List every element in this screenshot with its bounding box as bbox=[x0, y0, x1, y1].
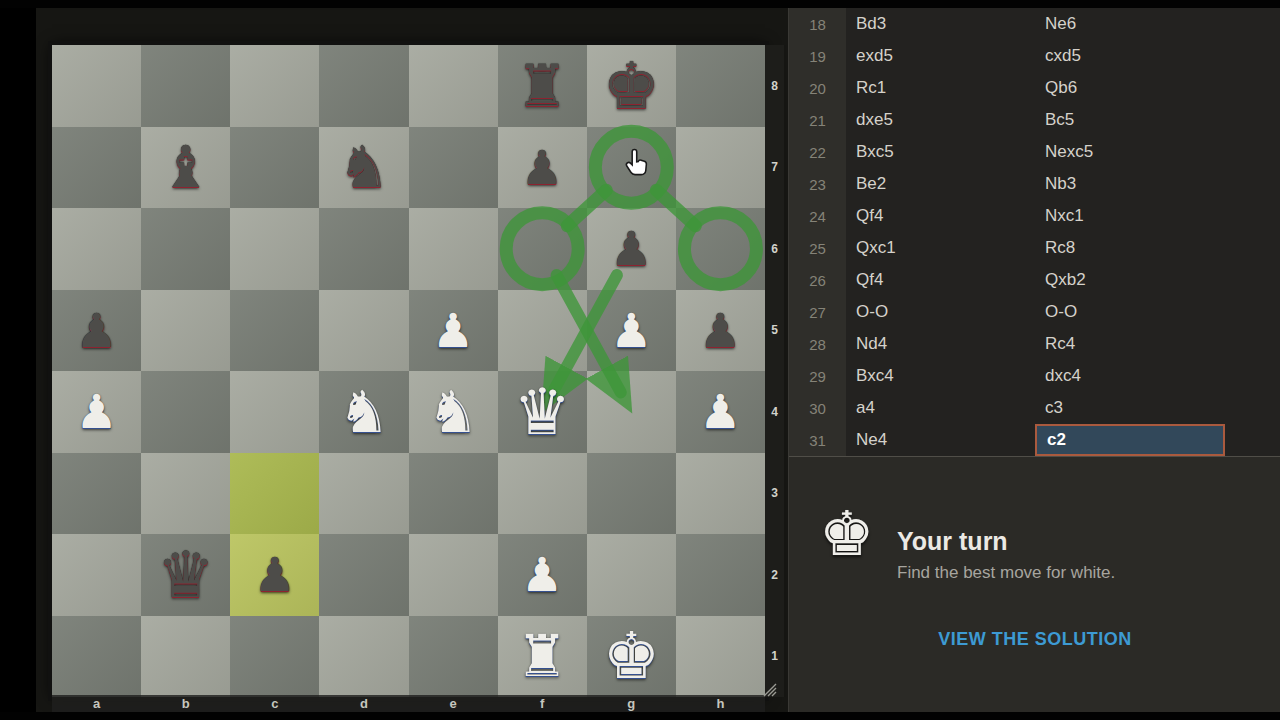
white-move[interactable]: Qxc1 bbox=[846, 232, 1035, 264]
file-label-f: f bbox=[498, 695, 587, 712]
square-c5[interactable] bbox=[230, 290, 319, 372]
square-f6[interactable] bbox=[498, 208, 587, 290]
chess-board[interactable]: ♜♚♝♞♟♟♟♟♟♟♟♞♞♛♟♛♟♟♜♚ bbox=[52, 45, 765, 697]
turn-subtitle: Find the best move for white. bbox=[897, 563, 1115, 583]
square-b3[interactable] bbox=[141, 453, 230, 535]
white-pawn[interactable]: ♟ bbox=[52, 371, 141, 453]
square-b2[interactable]: ♛ bbox=[141, 534, 230, 616]
square-e8[interactable] bbox=[409, 45, 498, 127]
move-row-28: 28Nd4Rc4 bbox=[789, 328, 1280, 360]
square-a7[interactable] bbox=[52, 127, 141, 209]
square-e3[interactable] bbox=[409, 453, 498, 535]
white-king-icon: ♚ bbox=[819, 497, 875, 570]
black-move[interactable]: O-O bbox=[1035, 296, 1225, 328]
white-move[interactable]: Bd3 bbox=[846, 8, 1035, 40]
row-spacer bbox=[1225, 168, 1280, 200]
white-move[interactable]: Bxc5 bbox=[846, 136, 1035, 168]
black-move[interactable]: Rc4 bbox=[1035, 328, 1225, 360]
white-pawn[interactable]: ♟ bbox=[409, 290, 498, 372]
square-h7[interactable] bbox=[676, 127, 765, 209]
white-rook[interactable]: ♜ bbox=[498, 616, 587, 698]
row-spacer bbox=[1225, 424, 1280, 456]
square-d2[interactable] bbox=[319, 534, 408, 616]
square-c7[interactable] bbox=[230, 127, 319, 209]
row-spacer bbox=[1225, 360, 1280, 392]
move-number: 25 bbox=[789, 232, 846, 264]
square-a8[interactable] bbox=[52, 45, 141, 127]
square-a1[interactable] bbox=[52, 616, 141, 698]
square-a5[interactable]: ♟ bbox=[52, 290, 141, 372]
rank-label-2: 2 bbox=[765, 534, 784, 616]
white-pawn[interactable]: ♟ bbox=[587, 290, 676, 372]
square-e1[interactable] bbox=[409, 616, 498, 698]
square-f3[interactable] bbox=[498, 453, 587, 535]
square-h4[interactable]: ♟ bbox=[676, 371, 765, 453]
square-g5[interactable]: ♟ bbox=[587, 290, 676, 372]
black-pawn[interactable]: ♟ bbox=[498, 127, 587, 209]
square-c4[interactable] bbox=[230, 371, 319, 453]
move-row-30: 30a4c3 bbox=[789, 392, 1280, 424]
black-move[interactable]: Bc5 bbox=[1035, 104, 1225, 136]
square-b1[interactable] bbox=[141, 616, 230, 698]
square-c3[interactable] bbox=[230, 453, 319, 535]
bottom-letterbox-bar bbox=[0, 712, 1280, 720]
row-spacer bbox=[1225, 200, 1280, 232]
square-a4[interactable]: ♟ bbox=[52, 371, 141, 453]
black-bishop[interactable]: ♝ bbox=[141, 127, 230, 209]
square-f8[interactable]: ♜ bbox=[498, 45, 587, 127]
black-move[interactable]: Nexc5 bbox=[1035, 136, 1225, 168]
file-labels: abcdefgh bbox=[52, 695, 765, 712]
black-pawn[interactable]: ♟ bbox=[676, 290, 765, 372]
rank-label-4: 4 bbox=[765, 371, 784, 453]
square-h3[interactable] bbox=[676, 453, 765, 535]
top-letterbox-bar bbox=[0, 0, 1280, 8]
white-move[interactable]: a4 bbox=[846, 392, 1035, 424]
square-e2[interactable] bbox=[409, 534, 498, 616]
square-d8[interactable] bbox=[319, 45, 408, 127]
square-e6[interactable] bbox=[409, 208, 498, 290]
square-h6[interactable] bbox=[676, 208, 765, 290]
square-g3[interactable] bbox=[587, 453, 676, 535]
square-g6[interactable]: ♟ bbox=[587, 208, 676, 290]
square-d3[interactable] bbox=[319, 453, 408, 535]
square-g4[interactable] bbox=[587, 371, 676, 453]
square-e5[interactable]: ♟ bbox=[409, 290, 498, 372]
white-move[interactable]: exd5 bbox=[846, 40, 1035, 72]
row-spacer bbox=[1225, 296, 1280, 328]
square-f1[interactable]: ♜ bbox=[498, 616, 587, 698]
square-d5[interactable] bbox=[319, 290, 408, 372]
square-f2[interactable]: ♟ bbox=[498, 534, 587, 616]
black-queen[interactable]: ♛ bbox=[141, 534, 230, 616]
black-move[interactable]: Nb3 bbox=[1035, 168, 1225, 200]
square-d1[interactable] bbox=[319, 616, 408, 698]
move-list[interactable]: 18Bd3Ne619exd5cxd520Rc1Qb621dxe5Bc522Bxc… bbox=[789, 8, 1280, 456]
move-row-29: 29Bxc4dxc4 bbox=[789, 360, 1280, 392]
white-move[interactable]: dxe5 bbox=[846, 104, 1035, 136]
black-move[interactable]: Ne6 bbox=[1035, 8, 1225, 40]
square-f5[interactable] bbox=[498, 290, 587, 372]
black-pawn[interactable]: ♟ bbox=[587, 208, 676, 290]
move-number: 24 bbox=[789, 200, 846, 232]
move-number: 28 bbox=[789, 328, 846, 360]
file-label-d: d bbox=[319, 695, 408, 712]
file-label-e: e bbox=[409, 695, 498, 712]
move-row-24: 24Qf4Nxc1 bbox=[789, 200, 1280, 232]
rank-label-5: 5 bbox=[765, 290, 784, 372]
resize-grip-icon[interactable] bbox=[761, 681, 777, 697]
rank-label-3: 3 bbox=[765, 453, 784, 535]
square-h2[interactable] bbox=[676, 534, 765, 616]
mouse-cursor-icon bbox=[620, 146, 654, 180]
move-number: 20 bbox=[789, 72, 846, 104]
white-knight[interactable]: ♞ bbox=[409, 371, 498, 453]
black-pawn[interactable]: ♟ bbox=[230, 534, 319, 616]
square-g1[interactable]: ♚ bbox=[587, 616, 676, 698]
square-e4[interactable]: ♞ bbox=[409, 371, 498, 453]
move-row-23: 23Be2Nb3 bbox=[789, 168, 1280, 200]
move-row-25: 25Qxc1Rc8 bbox=[789, 232, 1280, 264]
row-spacer bbox=[1225, 328, 1280, 360]
black-rook[interactable]: ♜ bbox=[498, 45, 587, 127]
view-solution-link[interactable]: VIEW THE SOLUTION bbox=[789, 629, 1280, 650]
turn-title: Your turn bbox=[897, 527, 1008, 556]
square-d6[interactable] bbox=[319, 208, 408, 290]
square-d4[interactable]: ♞ bbox=[319, 371, 408, 453]
square-d7[interactable]: ♞ bbox=[319, 127, 408, 209]
move-number: 23 bbox=[789, 168, 846, 200]
file-label-c: c bbox=[230, 695, 319, 712]
move-number: 31 bbox=[789, 424, 846, 456]
white-move[interactable]: Qf4 bbox=[846, 200, 1035, 232]
move-number: 22 bbox=[789, 136, 846, 168]
white-move[interactable]: Be2 bbox=[846, 168, 1035, 200]
white-knight[interactable]: ♞ bbox=[319, 371, 408, 453]
black-move[interactable]: Qxb2 bbox=[1035, 264, 1225, 296]
move-row-20: 20Rc1Qb6 bbox=[789, 72, 1280, 104]
rank-label-7: 7 bbox=[765, 127, 784, 209]
move-number: 29 bbox=[789, 360, 846, 392]
black-move[interactable]: dxc4 bbox=[1035, 360, 1225, 392]
square-b6[interactable] bbox=[141, 208, 230, 290]
black-pawn[interactable]: ♟ bbox=[52, 290, 141, 372]
white-pawn[interactable]: ♟ bbox=[676, 371, 765, 453]
move-number: 30 bbox=[789, 392, 846, 424]
square-c8[interactable] bbox=[230, 45, 319, 127]
white-move[interactable]: Ne4 bbox=[846, 424, 1035, 456]
row-spacer bbox=[1225, 72, 1280, 104]
square-c6[interactable] bbox=[230, 208, 319, 290]
move-number: 21 bbox=[789, 104, 846, 136]
square-b8[interactable] bbox=[141, 45, 230, 127]
square-a6[interactable] bbox=[52, 208, 141, 290]
square-b5[interactable] bbox=[141, 290, 230, 372]
black-move[interactable]: c3 bbox=[1035, 392, 1225, 424]
square-c1[interactable] bbox=[230, 616, 319, 698]
white-pawn[interactable]: ♟ bbox=[498, 534, 587, 616]
move-row-26: 26Qf4Qxb2 bbox=[789, 264, 1280, 296]
move-row-21: 21dxe5Bc5 bbox=[789, 104, 1280, 136]
square-g2[interactable] bbox=[587, 534, 676, 616]
move-row-27: 27O-OO-O bbox=[789, 296, 1280, 328]
white-move[interactable]: Bxc4 bbox=[846, 360, 1035, 392]
black-king[interactable]: ♚ bbox=[587, 45, 676, 127]
move-number: 19 bbox=[789, 40, 846, 72]
row-spacer bbox=[1225, 232, 1280, 264]
black-move[interactable]: Rc8 bbox=[1035, 232, 1225, 264]
row-spacer bbox=[1225, 8, 1280, 40]
move-number: 27 bbox=[789, 296, 846, 328]
app-window: ♜♚♝♞♟♟♟♟♟♟♟♞♞♛♟♛♟♟♜♚ 87654321 abcdefgh 1… bbox=[0, 0, 1280, 720]
rank-labels: 87654321 bbox=[765, 45, 784, 697]
white-move[interactable]: Rc1 bbox=[846, 72, 1035, 104]
square-a3[interactable] bbox=[52, 453, 141, 535]
square-h1[interactable] bbox=[676, 616, 765, 698]
white-move[interactable]: O-O bbox=[846, 296, 1035, 328]
square-g8[interactable]: ♚ bbox=[587, 45, 676, 127]
move-row-19: 19exd5cxd5 bbox=[789, 40, 1280, 72]
turn-panel: ♚ Your turn Find the best move for white… bbox=[789, 456, 1280, 712]
board-zone: ♜♚♝♞♟♟♟♟♟♟♟♞♞♛♟♛♟♟♜♚ 87654321 abcdefgh bbox=[36, 8, 788, 712]
black-move-selected[interactable]: c2 bbox=[1035, 424, 1225, 456]
row-spacer bbox=[1225, 392, 1280, 424]
row-spacer bbox=[1225, 136, 1280, 168]
square-b4[interactable] bbox=[141, 371, 230, 453]
square-h5[interactable]: ♟ bbox=[676, 290, 765, 372]
file-label-b: b bbox=[141, 695, 230, 712]
move-row-22: 22Bxc5Nexc5 bbox=[789, 136, 1280, 168]
row-spacer bbox=[1225, 40, 1280, 72]
black-knight[interactable]: ♞ bbox=[319, 127, 408, 209]
black-move[interactable]: cxd5 bbox=[1035, 40, 1225, 72]
row-spacer bbox=[1225, 264, 1280, 296]
white-move[interactable]: Nd4 bbox=[846, 328, 1035, 360]
rank-label-8: 8 bbox=[765, 45, 784, 127]
square-b7[interactable]: ♝ bbox=[141, 127, 230, 209]
row-spacer bbox=[1225, 104, 1280, 136]
square-h8[interactable] bbox=[676, 45, 765, 127]
white-move[interactable]: Qf4 bbox=[846, 264, 1035, 296]
square-f4[interactable]: ♛ bbox=[498, 371, 587, 453]
square-c2[interactable]: ♟ bbox=[230, 534, 319, 616]
file-label-g: g bbox=[587, 695, 676, 712]
move-row-18: 18Bd3Ne6 bbox=[789, 8, 1280, 40]
square-e7[interactable] bbox=[409, 127, 498, 209]
white-queen[interactable]: ♛ bbox=[498, 371, 587, 453]
square-f7[interactable]: ♟ bbox=[498, 127, 587, 209]
white-king[interactable]: ♚ bbox=[587, 616, 676, 698]
move-number: 26 bbox=[789, 264, 846, 296]
black-move[interactable]: Qb6 bbox=[1035, 72, 1225, 104]
square-a2[interactable] bbox=[52, 534, 141, 616]
move-row-31: 31Ne4c2 bbox=[789, 424, 1280, 456]
file-label-a: a bbox=[52, 695, 141, 712]
black-move[interactable]: Nxc1 bbox=[1035, 200, 1225, 232]
rank-label-6: 6 bbox=[765, 208, 784, 290]
move-number: 18 bbox=[789, 8, 846, 40]
side-panel: 18Bd3Ne619exd5cxd520Rc1Qb621dxe5Bc522Bxc… bbox=[788, 8, 1280, 712]
file-label-h: h bbox=[676, 695, 765, 712]
